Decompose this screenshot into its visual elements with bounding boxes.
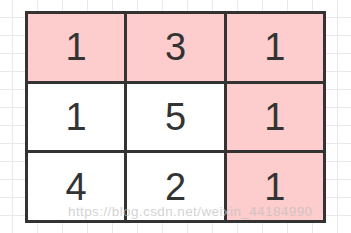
grid-cell-r1c2: 1 [227,84,323,151]
grid-cell-r2c2: 1 [227,153,323,220]
grid-cell-r0c2: 1 [227,14,323,81]
spreadsheet-background: 1 3 1 1 5 1 4 2 1 https://blog.csdn.net/… [0,0,351,233]
grid-cell-r2c1: 2 [127,153,223,220]
grid-cell-r0c0: 1 [28,14,124,81]
grid-cell-r1c0: 1 [28,84,124,151]
number-grid: 1 3 1 1 5 1 4 2 1 [25,11,326,223]
grid-cell-r2c0: 4 [28,153,124,220]
grid-cell-r0c1: 3 [127,14,223,81]
grid-cell-r1c1: 5 [127,84,223,151]
